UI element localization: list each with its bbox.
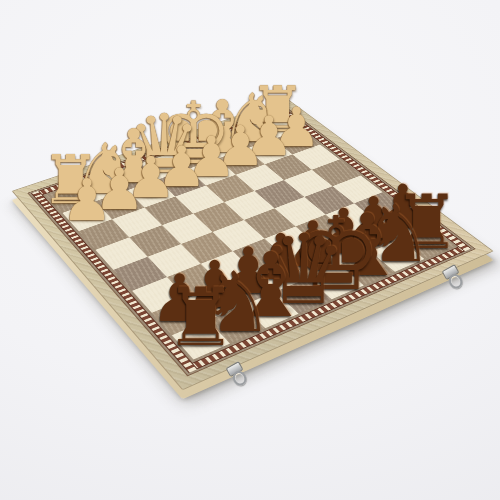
light-pawn[interactable]: ♟ [61,172,113,230]
pieces-layer: ♜♞♝♛♚♝♞♜♟♟♟♟♟♟♟♟♟♟♟♟♟♟♟♟♜♞♝♛♚♝♞♜ [0,0,500,500]
dark-rook[interactable]: ♜ [165,278,237,358]
product-photo-background: { "scene": { "description": "Overhead an… [0,0,500,500]
